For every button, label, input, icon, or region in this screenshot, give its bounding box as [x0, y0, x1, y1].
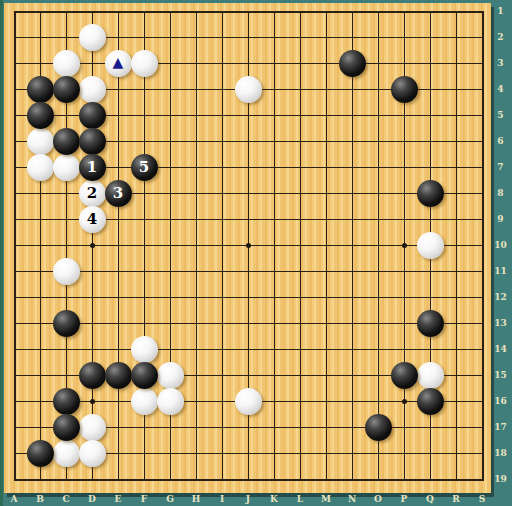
row-label-15: 15: [489, 369, 512, 381]
stone-white-D8: 2: [79, 180, 106, 207]
col-label-R: R: [447, 492, 465, 506]
star-point: [402, 399, 407, 404]
row-label-12: 12: [489, 291, 512, 303]
row-label-19: 19: [489, 473, 512, 485]
col-label-Q: Q: [421, 492, 439, 506]
stone-black-C6: [53, 128, 80, 155]
star-point: [402, 243, 407, 248]
star-point: [90, 243, 95, 248]
stone-white-F3: [131, 50, 158, 77]
row-label-18: 18: [489, 447, 512, 459]
stone-black-D5: [79, 102, 106, 129]
row-label-5: 5: [489, 109, 512, 121]
row-label-9: 9: [489, 213, 512, 225]
col-label-A: A: [5, 492, 23, 506]
col-label-S: S: [473, 492, 491, 506]
stone-white-J4: [235, 76, 262, 103]
col-label-C: C: [57, 492, 75, 506]
triangle-marker-icon: ▲: [113, 55, 124, 69]
stone-white-E3: ▲: [105, 50, 132, 77]
stone-black-P4: [391, 76, 418, 103]
col-label-K: K: [265, 492, 283, 506]
row-label-4: 4: [489, 83, 512, 95]
stone-white-D4: [79, 76, 106, 103]
stone-black-B18: [27, 440, 54, 467]
stone-white-B7: [27, 154, 54, 181]
stone-white-C3: [53, 50, 80, 77]
stone-black-C16: [53, 388, 80, 415]
stone-white-B6: [27, 128, 54, 155]
col-label-F: F: [135, 492, 153, 506]
stone-white-C18: [53, 440, 80, 467]
stone-white-J16: [235, 388, 262, 415]
col-label-E: E: [109, 492, 127, 506]
stone-white-G15: [157, 362, 184, 389]
col-label-L: L: [291, 492, 309, 506]
star-point: [90, 399, 95, 404]
col-label-J: J: [239, 492, 257, 506]
star-point: [246, 243, 251, 248]
col-label-N: N: [343, 492, 361, 506]
row-label-6: 6: [489, 135, 512, 147]
stone-white-D17: [79, 414, 106, 441]
board-frame: ▲24153 ABCDEFGHIJKLMNOPQRS12345678910111…: [0, 0, 512, 506]
stone-white-Q15: [417, 362, 444, 389]
stone-black-Q8: [417, 180, 444, 207]
stone-white-D18: [79, 440, 106, 467]
stone-black-D6: [79, 128, 106, 155]
stone-white-G16: [157, 388, 184, 415]
col-label-B: B: [31, 492, 49, 506]
row-label-1: 1: [489, 5, 512, 17]
stone-black-C17: [53, 414, 80, 441]
stone-black-D15: [79, 362, 106, 389]
col-label-O: O: [369, 492, 387, 506]
row-label-3: 3: [489, 57, 512, 69]
stone-black-B4: [27, 76, 54, 103]
stone-white-F16: [131, 388, 158, 415]
stone-black-Q13: [417, 310, 444, 337]
stone-white-C7: [53, 154, 80, 181]
row-label-2: 2: [489, 31, 512, 43]
stone-black-D7: 1: [79, 154, 106, 181]
move-number: 3: [113, 186, 123, 201]
stone-black-B5: [27, 102, 54, 129]
stone-white-D9: 4: [79, 206, 106, 233]
col-label-M: M: [317, 492, 335, 506]
stone-white-Q10: [417, 232, 444, 259]
col-label-D: D: [83, 492, 101, 506]
stone-white-F14: [131, 336, 158, 363]
move-number: 4: [87, 212, 97, 227]
row-label-11: 11: [489, 265, 512, 277]
stone-black-O17: [365, 414, 392, 441]
stone-black-P15: [391, 362, 418, 389]
col-label-I: I: [213, 492, 231, 506]
move-number: 2: [87, 186, 97, 201]
move-number: 1: [87, 160, 97, 175]
row-label-7: 7: [489, 161, 512, 173]
stone-black-C4: [53, 76, 80, 103]
row-label-16: 16: [489, 395, 512, 407]
row-label-17: 17: [489, 421, 512, 433]
row-label-13: 13: [489, 317, 512, 329]
stone-black-F15: [131, 362, 158, 389]
move-number: 5: [139, 160, 149, 175]
col-label-H: H: [187, 492, 205, 506]
col-label-P: P: [395, 492, 413, 506]
go-board[interactable]: ▲24153: [4, 3, 491, 493]
stone-black-E8: 3: [105, 180, 132, 207]
stone-black-N3: [339, 50, 366, 77]
stone-black-E15: [105, 362, 132, 389]
stone-white-D2: [79, 24, 106, 51]
row-label-14: 14: [489, 343, 512, 355]
stone-black-Q16: [417, 388, 444, 415]
col-label-G: G: [161, 492, 179, 506]
row-label-10: 10: [489, 239, 512, 251]
row-label-8: 8: [489, 187, 512, 199]
stone-black-F7: 5: [131, 154, 158, 181]
stone-white-C11: [53, 258, 80, 285]
stone-black-C13: [53, 310, 80, 337]
